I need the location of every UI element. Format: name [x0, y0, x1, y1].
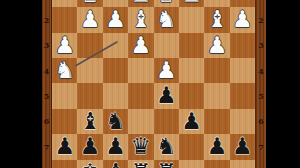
piece-white-pawn-f2[interactable]: ♟ — [103, 7, 128, 32]
piece-black-pawn-d5[interactable]: ♟ — [154, 83, 179, 108]
piece-white-rook-c1[interactable]: ♜ — [179, 0, 204, 7]
rank-label-7: 7 — [42, 134, 51, 159]
right-rank-labels: 12345678 — [255, 0, 266, 168]
piece-white-pawn-a2[interactable]: ♟ — [230, 7, 255, 32]
piece-black-bishop-f8[interactable]: ♝ — [103, 160, 128, 168]
piece-white-pawn-h3[interactable]: ♟ — [52, 33, 77, 58]
piece-black-pawn-f7[interactable]: ♟ — [103, 134, 128, 159]
piece-white-knight-d2[interactable]: ♞ — [154, 7, 179, 32]
piece-black-king-g8[interactable]: ♚ — [77, 160, 102, 168]
piece-black-pawn-h7[interactable]: ♟ — [52, 134, 77, 159]
rank-label-6: 6 — [256, 109, 266, 134]
rank-label-2: 2 — [42, 7, 51, 32]
rank-label-1: 1 — [42, 0, 51, 7]
chess-board[interactable]: ♚♜♛♜♟♟♝♞♝♟♟♟♟♞♟♟♝♞♟♟♟♟♛♞♟♟♜♜♝♚ — [52, 0, 255, 168]
rank-label-5: 5 — [256, 83, 266, 108]
piece-black-pawn-g7[interactable]: ♟ — [77, 134, 102, 159]
chess-board-screenshot: 12345678 ♚♜♛♜♟♟♝♞♝♟♟♟♟♞♟♟♝♞♟♟♟♟♛♞♟♟♜♜♝♚ … — [0, 0, 300, 168]
piece-white-pawn-b3[interactable]: ♟ — [204, 33, 229, 58]
rank-label-6: 6 — [42, 109, 51, 134]
left-rank-labels: 12345678 — [42, 0, 52, 168]
piece-black-pawn-b7[interactable]: ♟ — [204, 134, 229, 159]
rank-label-1: 1 — [256, 0, 266, 7]
piece-black-queen-e7[interactable]: ♛ — [128, 134, 153, 159]
piece-white-pawn-e3[interactable]: ♟ — [128, 33, 153, 58]
piece-white-bishop-b2[interactable]: ♝ — [204, 7, 229, 32]
piece-black-knight-f6[interactable]: ♞ — [103, 109, 128, 134]
rank-label-4: 4 — [256, 58, 266, 83]
piece-black-rook-e8[interactable]: ♜ — [128, 160, 153, 168]
rank-label-8: 8 — [42, 160, 51, 168]
left-black-bar — [0, 0, 42, 168]
right-black-bar — [266, 0, 300, 168]
rank-label-5: 5 — [42, 83, 51, 108]
piece-black-rook-d8[interactable]: ♜ — [154, 160, 179, 168]
board-pieces: ♚♜♛♜♟♟♝♞♝♟♟♟♟♞♟♟♝♞♟♟♟♟♛♞♟♟♜♜♝♚ — [52, 0, 255, 168]
piece-white-pawn-d4[interactable]: ♟ — [154, 58, 179, 83]
piece-black-bishop-g6[interactable]: ♝ — [77, 109, 102, 134]
rank-label-4: 4 — [42, 58, 51, 83]
piece-black-knight-d7[interactable]: ♞ — [154, 134, 179, 159]
rank-label-8: 8 — [256, 160, 266, 168]
rank-label-3: 3 — [256, 33, 266, 58]
rank-label-3: 3 — [42, 33, 51, 58]
piece-white-bishop-e2[interactable]: ♝ — [128, 7, 153, 32]
piece-black-pawn-a7[interactable]: ♟ — [230, 134, 255, 159]
rank-label-7: 7 — [256, 134, 266, 159]
piece-black-pawn-c6[interactable]: ♟ — [179, 109, 204, 134]
piece-white-knight-h4[interactable]: ♞ — [52, 58, 77, 83]
rank-label-2: 2 — [256, 7, 266, 32]
piece-white-pawn-g2[interactable]: ♟ — [77, 7, 102, 32]
